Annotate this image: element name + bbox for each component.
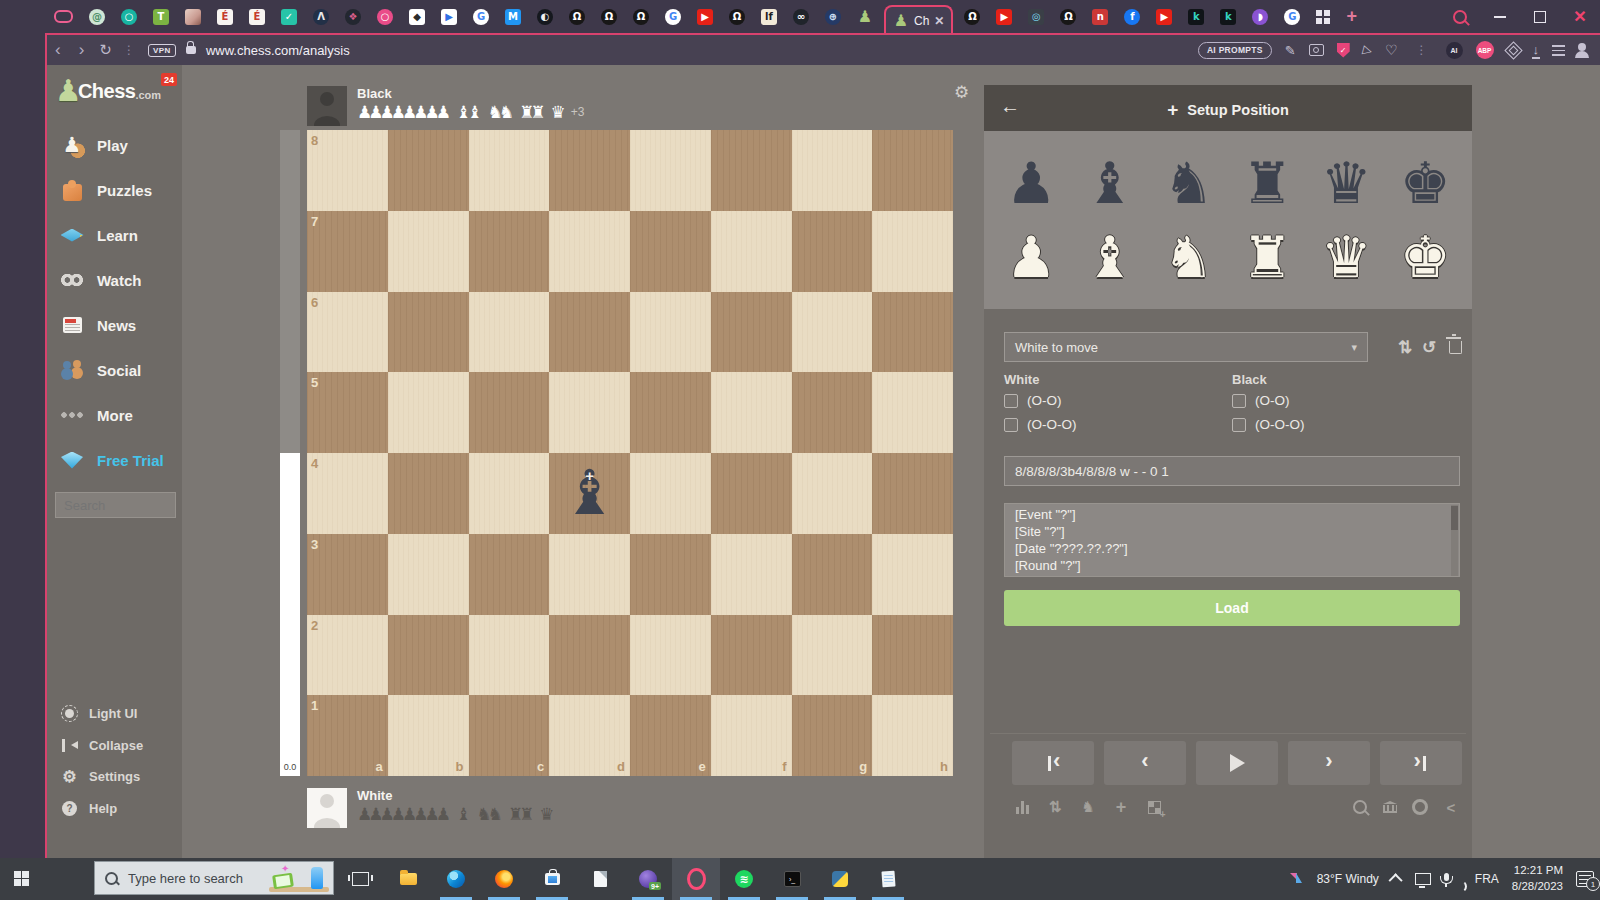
- rank-label: 1: [311, 698, 318, 713]
- eval-bar-white: [280, 453, 300, 776]
- captured-group: ♝: [456, 804, 476, 824]
- turn-select[interactable]: White to move ▾: [1004, 332, 1368, 362]
- diamond-icon: [61, 452, 83, 469]
- rank-label: 7: [311, 214, 318, 229]
- white-avatar: [307, 788, 347, 828]
- opera-button[interactable]: [672, 858, 720, 900]
- search-illustration: ✦: [267, 862, 333, 894]
- black-material-advantage: +3: [571, 105, 585, 119]
- file-label: f: [782, 759, 786, 774]
- square-e1[interactable]: e: [630, 695, 711, 776]
- square-f6[interactable]: [711, 292, 792, 373]
- black-long-castle-row: (O-O-O): [1232, 417, 1305, 432]
- square-c5[interactable]: [469, 372, 550, 453]
- windows-taskbar: Type here to search ✦ 9+ ≋ ›_ 83°F Windy: [0, 858, 1600, 900]
- palette-white-queen[interactable]: ♛: [1309, 220, 1383, 294]
- tab-favicon[interactable]: ▶: [441, 9, 457, 25]
- square-d2[interactable]: [549, 615, 630, 696]
- black-short-castle-checkbox[interactable]: [1232, 394, 1246, 408]
- palette-black-bishop[interactable]: ♝: [1073, 146, 1147, 220]
- back-button[interactable]: ‹: [55, 40, 61, 60]
- tab-favicon[interactable]: Λ: [313, 9, 329, 25]
- file-explorer-button[interactable]: [384, 858, 432, 900]
- reload-button[interactable]: ↻: [99, 41, 112, 59]
- captured-group: ♟♟♟♟♟♟♟♟: [357, 804, 456, 824]
- tab-favicon[interactable]: ◗: [1252, 9, 1268, 25]
- square-c1[interactable]: c: [469, 695, 550, 776]
- active-tab[interactable]: ♟ Ch ✕: [884, 5, 953, 34]
- black-long-castle-checkbox[interactable]: [1232, 418, 1246, 432]
- play-icon: [59, 132, 85, 158]
- palette-black-queen[interactable]: ♛: [1309, 146, 1383, 220]
- black-avatar: [307, 86, 347, 126]
- flip-icon[interactable]: ⇅: [1047, 799, 1063, 815]
- palette-white-knight[interactable]: ♞: [1152, 220, 1226, 294]
- tab-favicon[interactable]: Ω: [964, 9, 980, 25]
- cmd-button[interactable]: ›_: [768, 858, 816, 900]
- weather-text[interactable]: 83°F Windy: [1317, 872, 1379, 886]
- tab-favicon[interactable]: lf: [761, 9, 777, 25]
- chess-logo[interactable]: ♟ Chess .com 24: [55, 79, 161, 103]
- tab-favicon[interactable]: Ω: [1060, 9, 1076, 25]
- tab-favicon[interactable]: É: [249, 9, 265, 25]
- tab-favicon[interactable]: ◎: [1028, 9, 1044, 25]
- edge-button[interactable]: [432, 858, 480, 900]
- panel-header: ← Setup Position: [984, 85, 1472, 131]
- pgn-line: [Round "?"]: [1015, 557, 1449, 574]
- captured-group: ♞♞: [476, 804, 507, 824]
- more-dots-icon: [60, 412, 84, 418]
- pgn-line: [Date "????.??.??"]: [1015, 540, 1449, 557]
- square-c2[interactable]: [469, 615, 550, 696]
- network-icon[interactable]: [1415, 873, 1431, 885]
- taskbar-search-placeholder: Type here to search: [128, 871, 243, 886]
- square-g4[interactable]: [792, 453, 873, 534]
- sidebar-item-social[interactable]: Social: [47, 352, 182, 388]
- news-icon: [63, 317, 82, 333]
- collapse-icon: [62, 739, 78, 752]
- tab-favicon[interactable]: G: [1284, 9, 1300, 25]
- palette-white-bishop[interactable]: ♝: [1073, 220, 1147, 294]
- tray-date: 8/28/2023: [1512, 879, 1563, 895]
- file-label: a: [376, 759, 383, 774]
- sidebar-item-news[interactable]: News: [47, 307, 182, 343]
- send-to-device-icon[interactable]: ▷: [1361, 42, 1374, 58]
- tab-favicon[interactable]: ▶: [996, 9, 1012, 25]
- eval-bar: 0.0: [280, 130, 300, 776]
- active-tab-label: Ch: [914, 14, 929, 28]
- accent-line-horizontal: [46, 33, 1600, 35]
- square-b2[interactable]: [388, 615, 469, 696]
- square-c8[interactable]: [469, 130, 550, 211]
- tab-favicon[interactable]: M: [505, 9, 521, 25]
- eval-bar-black: [280, 130, 300, 453]
- square-a7[interactable]: 7: [307, 211, 388, 292]
- vpn-badge[interactable]: VPN: [148, 44, 176, 57]
- chess-logo-badge: 24: [161, 73, 177, 86]
- panels-settings-icon[interactable]: [1552, 45, 1565, 56]
- square-d7[interactable]: [549, 211, 630, 292]
- sidebar-item-watch[interactable]: Watch: [47, 262, 182, 298]
- square-g7[interactable]: [792, 211, 873, 292]
- add-icon[interactable]: +: [1113, 799, 1129, 815]
- white-short-castle-row: (O-O): [1004, 393, 1062, 408]
- square-h1[interactable]: h: [872, 695, 953, 776]
- file-label: b: [456, 759, 464, 774]
- tab-favicon[interactable]: ⊕: [825, 9, 841, 25]
- restore-button[interactable]: [1520, 0, 1560, 33]
- captured-group: ♛: [550, 102, 570, 122]
- start-button[interactable]: [14, 871, 29, 886]
- tab-favicon[interactable]: ❖: [345, 9, 361, 25]
- setup-position-panel: ← Setup Position ♟♝♞♜♛♚ ♟♝♞♜♛♚ White to …: [984, 85, 1472, 858]
- black-short-castle-row: (O-O): [1232, 393, 1290, 408]
- task-view-button[interactable]: [336, 858, 384, 900]
- forward-button[interactable]: ›: [79, 40, 85, 60]
- go-to-end-button[interactable]: ›: [1380, 741, 1462, 785]
- square-d1[interactable]: d: [549, 695, 630, 776]
- square-d5[interactable]: [549, 372, 630, 453]
- settings-button[interactable]: ⚙Settings: [47, 763, 182, 789]
- rank-label: 3: [311, 537, 318, 552]
- turn-select-value: White to move: [1015, 340, 1098, 355]
- square-e5[interactable]: [630, 372, 711, 453]
- captured-groups-black: ♟♟♟♟♟♟♟♟♝♝♞♞♜♜♛: [357, 102, 571, 122]
- notifications-icon[interactable]: 1: [1576, 871, 1594, 887]
- window-controls: ✕: [1440, 0, 1600, 33]
- chevron-down-icon: ▾: [1351, 341, 1357, 354]
- play-moves-button[interactable]: [1196, 741, 1278, 785]
- tab-favicons-after: Ω▶◎Ωnf▶kk◗G: [956, 9, 1308, 25]
- square-d4[interactable]: ♝+: [549, 453, 630, 534]
- rank-label: 6: [311, 295, 318, 310]
- tab-favicon[interactable]: ♟: [857, 9, 873, 25]
- practice-pieces-icon[interactable]: ♞: [1080, 799, 1096, 815]
- help-button[interactable]: ?Help: [47, 795, 182, 821]
- clock[interactable]: 12:21 PM 8/28/2023: [1512, 863, 1563, 894]
- square-d8[interactable]: [549, 130, 630, 211]
- extension-cube-icon[interactable]: [1504, 41, 1522, 59]
- palette-black-pawn[interactable]: ♟: [994, 146, 1068, 220]
- share-icon[interactable]: <: [1442, 799, 1458, 815]
- castling-white-label: White: [1004, 372, 1039, 387]
- panel-footer-divider: [990, 733, 1466, 734]
- focus-mode-icon[interactable]: [1412, 799, 1428, 815]
- square-b7[interactable]: [388, 211, 469, 292]
- square-e2[interactable]: [630, 615, 711, 696]
- square-g5[interactable]: [792, 372, 873, 453]
- black-bishop[interactable]: ♝+: [549, 453, 630, 534]
- file-label: c: [537, 759, 544, 774]
- file-label: h: [940, 759, 948, 774]
- reset-board-icon[interactable]: ↺: [1418, 336, 1440, 358]
- tab-favicon[interactable]: ✓: [281, 9, 297, 25]
- analysis-bars-icon[interactable]: [1014, 799, 1030, 815]
- square-b1[interactable]: b: [388, 695, 469, 776]
- python-button[interactable]: [816, 858, 864, 900]
- tray-chevron-icon[interactable]: [1388, 873, 1402, 887]
- square-f5[interactable]: [711, 372, 792, 453]
- captured-group: ♝♝: [456, 102, 487, 122]
- rank-label: 8: [311, 133, 318, 148]
- tab-tiles-icon[interactable]: [1316, 10, 1330, 24]
- square-e8[interactable]: [630, 130, 711, 211]
- captured-group: ♜♜: [508, 804, 539, 824]
- square-a5[interactable]: 5: [307, 372, 388, 453]
- tab-favicon[interactable]: ∞: [793, 9, 809, 25]
- libreoffice-button[interactable]: [576, 858, 624, 900]
- palette-black-king[interactable]: ♚: [1388, 146, 1462, 220]
- square-f3[interactable]: [711, 534, 792, 615]
- store-button[interactable]: [528, 858, 576, 900]
- square-h4[interactable]: [872, 453, 953, 534]
- tab-favicons-before: @○TÉÉ✓Λ❖○◆▶GM◐ΩΩΩG▶Ωlf∞⊕♟: [46, 9, 881, 25]
- pgn-scrollbar[interactable]: [1451, 505, 1458, 576]
- light-ui-icon: [61, 705, 78, 722]
- chess-pawn-favicon: ♟: [893, 13, 909, 29]
- panel-title: Setup Position: [984, 99, 1472, 121]
- search-icon: [105, 872, 118, 885]
- tab-favicon[interactable]: [54, 10, 73, 23]
- tab-favicon[interactable]: @: [89, 9, 105, 25]
- light-ui-toggle[interactable]: Light UI: [47, 700, 182, 726]
- pgn-textarea[interactable]: [Event "?"][Site "?"][Date "????.??.??"]…: [1004, 503, 1460, 577]
- square-a1[interactable]: 1a: [307, 695, 388, 776]
- bishop-cross-detail: +: [585, 468, 594, 483]
- square-h8[interactable]: [872, 130, 953, 211]
- square-b5[interactable]: [388, 372, 469, 453]
- tab-favicon[interactable]: Ω: [569, 9, 585, 25]
- tab-close-icon[interactable]: ✕: [934, 14, 944, 28]
- tab-strip: @○TÉÉ✓Λ❖○◆▶GM◐ΩΩΩG▶Ωlf∞⊕♟ ♟ Ch ✕ Ω▶◎Ωnf▶…: [46, 0, 1430, 33]
- load-button[interactable]: Load: [1004, 590, 1460, 626]
- pgn-line: [Site "?"]: [1015, 523, 1449, 540]
- square-h2[interactable]: [872, 615, 953, 696]
- palette-white-king[interactable]: ♚: [1388, 220, 1462, 294]
- clear-board-trash-icon[interactable]: [1444, 336, 1466, 358]
- square-f1[interactable]: f: [711, 695, 792, 776]
- square-e6[interactable]: [630, 292, 711, 373]
- square-g2[interactable]: [792, 615, 873, 696]
- abp-extension-badge[interactable]: ABP: [1476, 41, 1494, 59]
- square-d6[interactable]: [549, 292, 630, 373]
- square-h3[interactable]: [872, 534, 953, 615]
- collapse-button[interactable]: Collapse: [47, 732, 182, 758]
- palette-row-black: ♟♝♞♜♛♚: [994, 146, 1462, 220]
- square-c7[interactable]: [469, 211, 550, 292]
- pgn-lines: [Event "?"][Site "?"][Date "????.??.??"]…: [1015, 506, 1449, 574]
- black-captured-pieces: ♟♟♟♟♟♟♟♟♝♝♞♞♜♜♛ +3: [357, 102, 584, 122]
- file-label: e: [699, 759, 706, 774]
- learn-icon: [61, 229, 84, 242]
- chess-logo-tld: .com: [135, 89, 161, 101]
- microphone-icon[interactable]: [1444, 873, 1449, 881]
- accent-line-vertical: [45, 33, 47, 858]
- square-h7[interactable]: [872, 211, 953, 292]
- tab-favicon[interactable]: k: [1220, 9, 1236, 25]
- tab-favicon[interactable]: G: [665, 9, 681, 25]
- square-a6[interactable]: 6: [307, 292, 388, 373]
- square-c4[interactable]: [469, 453, 550, 534]
- extensions-divider-icon: ⋮: [1416, 43, 1428, 57]
- tab-search-button[interactable]: [1440, 0, 1480, 33]
- zoom-icon[interactable]: [1352, 799, 1368, 815]
- firefox-button[interactable]: [480, 858, 528, 900]
- flip-board-icon[interactable]: ⇅: [1394, 336, 1416, 358]
- square-g8[interactable]: [792, 130, 873, 211]
- chess-board: 87654♝+321abcdefgh: [307, 130, 953, 776]
- tab-favicon[interactable]: ▶: [697, 9, 713, 25]
- rank-label: 5: [311, 375, 318, 390]
- tab-favicon[interactable]: n: [1092, 9, 1108, 25]
- sidebar-item-free-trial[interactable]: Free Trial: [47, 442, 182, 478]
- panel-bottom-icons: ⇅ ♞ + <: [1014, 797, 1458, 817]
- white-player-name: White: [357, 788, 392, 803]
- sidebar-item-more[interactable]: More: [47, 397, 182, 433]
- captured-group: ♟♟♟♟♟♟♟♟: [357, 102, 456, 122]
- square-f8[interactable]: [711, 130, 792, 211]
- sidebar-item-play[interactable]: Play: [47, 127, 182, 163]
- move-nav-row: ‹ ‹ › ›: [1012, 741, 1462, 785]
- minimize-button[interactable]: [1480, 0, 1520, 33]
- square-c3[interactable]: [469, 534, 550, 615]
- sidebar-item-puzzles[interactable]: Puzzles: [47, 172, 182, 208]
- new-tab-button[interactable]: +: [1346, 6, 1357, 27]
- black-player-name: Black: [357, 86, 392, 101]
- more-menu-icon[interactable]: ⋮: [123, 43, 135, 57]
- tab-favicon[interactable]: [185, 9, 201, 25]
- profile-icon[interactable]: [1578, 43, 1586, 51]
- fen-input[interactable]: 8/8/8/8/3b4/8/8/8 w - - 0 1: [1004, 456, 1460, 486]
- palette-black-rook[interactable]: ♜: [1230, 146, 1304, 220]
- notification-badge: 1: [1586, 877, 1600, 891]
- square-f4[interactable]: [711, 453, 792, 534]
- tab-favicon[interactable]: ○: [377, 9, 393, 25]
- social-icon: [60, 361, 84, 379]
- system-tray: 83°F Windy FRA 12:21 PM 8/28/2023 1: [1290, 858, 1594, 900]
- language-indicator[interactable]: FRA: [1475, 872, 1499, 886]
- square-g3[interactable]: [792, 534, 873, 615]
- square-e4[interactable]: [630, 453, 711, 534]
- help-icon: ?: [62, 801, 77, 816]
- tab-favicon[interactable]: Ω: [729, 9, 745, 25]
- shield-icon[interactable]: ✓: [1337, 43, 1350, 58]
- piece-palette: ♟♝♞♜♛♚ ♟♝♞♜♛♚: [984, 131, 1472, 309]
- captured-groups-white: ♟♟♟♟♟♟♟♟♝♞♞♜♜♛: [357, 804, 559, 824]
- square-a3[interactable]: 3: [307, 534, 388, 615]
- square-b6[interactable]: [388, 292, 469, 373]
- settings-gear-icon: ⚙: [61, 768, 78, 785]
- forward-move-button[interactable]: ›: [1288, 741, 1370, 785]
- weather-icon[interactable]: [1290, 872, 1304, 886]
- address-bar: ‹ › ↻ ⋮ VPN www.chess.com/analysis AI PR…: [46, 35, 1600, 65]
- square-g6[interactable]: [792, 292, 873, 373]
- square-h6[interactable]: [872, 292, 953, 373]
- tab-favicon[interactable]: ◐: [537, 9, 553, 25]
- white-short-castle-checkbox[interactable]: [1004, 394, 1018, 408]
- captured-group: ♛: [539, 804, 559, 824]
- square-g1[interactable]: g: [792, 695, 873, 776]
- square-b8[interactable]: [388, 130, 469, 211]
- square-e7[interactable]: [630, 211, 711, 292]
- captured-group: ♜♜: [519, 102, 550, 122]
- toolbar-right: AI PROMPTS ✎ ✓ ▷ ♡ ⋮ AI ABP ↓: [1198, 41, 1600, 59]
- ai-extension-badge[interactable]: AI: [1446, 42, 1463, 59]
- ai-prompts-button[interactable]: AI PROMPTS: [1198, 42, 1272, 59]
- tab-favicon[interactable]: ◆: [409, 9, 425, 25]
- palette-white-rook[interactable]: ♜: [1230, 220, 1304, 294]
- square-e3[interactable]: [630, 534, 711, 615]
- square-d3[interactable]: [549, 534, 630, 615]
- puzzles-icon: [63, 184, 82, 201]
- sidebar-item-learn[interactable]: Learn: [47, 217, 182, 253]
- lock-icon[interactable]: [186, 46, 196, 54]
- palette-black-knight[interactable]: ♞: [1152, 146, 1226, 220]
- snapshot-camera-icon[interactable]: [1309, 44, 1324, 56]
- chess-logo-brand: Chess: [78, 80, 136, 103]
- square-a8[interactable]: 8: [307, 130, 388, 211]
- file-label: d: [617, 759, 625, 774]
- openings-book-icon[interactable]: [1382, 799, 1398, 815]
- white-long-castle-checkbox[interactable]: [1004, 418, 1018, 432]
- url-field[interactable]: www.chess.com/analysis: [206, 43, 350, 58]
- screen: @○TÉÉ✓Λ❖○◆▶GM◐ΩΩΩG▶Ωlf∞⊕♟ ♟ Ch ✕ Ω▶◎Ωnf▶…: [0, 0, 1600, 900]
- square-a2[interactable]: 2: [307, 615, 388, 696]
- bookmark-heart-icon[interactable]: ♡: [1385, 42, 1398, 58]
- square-f7[interactable]: [711, 211, 792, 292]
- rank-label: 4: [311, 456, 318, 471]
- new-board-icon[interactable]: [1146, 799, 1162, 815]
- square-a4[interactable]: 4: [307, 453, 388, 534]
- tab-favicon[interactable]: G: [473, 9, 489, 25]
- downloads-icon[interactable]: ↓: [1533, 42, 1540, 57]
- tab-favicon[interactable]: Ω: [633, 9, 649, 25]
- notepad-button[interactable]: [864, 858, 912, 900]
- opera-sidebar: [0, 0, 46, 858]
- tab-favicon[interactable]: f: [1124, 9, 1140, 25]
- square-f2[interactable]: [711, 615, 792, 696]
- square-c6[interactable]: [469, 292, 550, 373]
- spotify-button[interactable]: ≋: [720, 858, 768, 900]
- xbox-badge: 9+: [649, 882, 661, 890]
- close-button[interactable]: ✕: [1560, 0, 1600, 33]
- pgn-line: [Event "?"]: [1015, 506, 1449, 523]
- board-settings-gear-icon[interactable]: ⚙: [954, 82, 969, 103]
- tab-favicon[interactable]: k: [1188, 9, 1204, 25]
- taskbar-search[interactable]: Type here to search ✦: [94, 861, 334, 895]
- chess-nav: ♟ Chess .com 24 Play Puzzles Learn Watch…: [47, 65, 182, 858]
- tab-favicon[interactable]: Ω: [601, 9, 617, 25]
- palette-white-pawn[interactable]: ♟: [994, 220, 1068, 294]
- tab-favicon[interactable]: É: [217, 9, 233, 25]
- eval-score: 0.0: [280, 762, 300, 772]
- play-icon: [1230, 754, 1245, 772]
- square-b3[interactable]: [388, 534, 469, 615]
- back-move-button[interactable]: ‹: [1104, 741, 1186, 785]
- go-to-start-button[interactable]: ‹: [1012, 741, 1094, 785]
- square-b4[interactable]: [388, 453, 469, 534]
- nav-search-input[interactable]: [55, 492, 176, 518]
- watch-icon: [59, 272, 85, 288]
- pencil-icon[interactable]: ✎: [1285, 43, 1296, 58]
- tab-favicon[interactable]: ○: [121, 9, 137, 25]
- xbox-gamebar-button[interactable]: 9+: [624, 858, 672, 900]
- tab-favicon[interactable]: ▶: [1156, 9, 1172, 25]
- square-h5[interactable]: [872, 372, 953, 453]
- rank-label: 2: [311, 618, 318, 633]
- tab-favicon[interactable]: T: [153, 9, 169, 25]
- taskbar-apps: 9+ ≋ ›_: [336, 858, 912, 900]
